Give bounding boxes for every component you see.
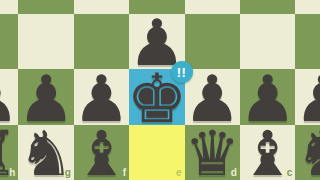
square-d5[interactable] [185,0,240,14]
square-g8[interactable]: ♞g [18,125,73,180]
square-d8[interactable]: ♛d [185,125,240,180]
square-d7[interactable]: ♟ [185,69,240,124]
square-h6[interactable] [0,14,18,69]
square-f5[interactable] [74,0,129,14]
file-label-f: f [123,168,126,178]
square-h5[interactable] [0,0,18,14]
black-knight-piece[interactable]: ♞ [295,123,320,180]
square-c5[interactable] [240,0,295,14]
square-b8[interactable]: ♞ [295,125,320,180]
square-f8[interactable]: ♝f [74,125,129,180]
square-g7[interactable]: ♟ [18,69,73,124]
square-c8[interactable]: ♝c [240,125,295,180]
chessboard-viewport: ♟♟♟♟♚!!♟♟♟♜h♞g♝fe♛d♝c♞ [0,0,320,180]
square-f7[interactable]: ♟ [74,69,129,124]
square-c7[interactable]: ♟ [240,69,295,124]
square-e7[interactable]: ♚!! [129,69,184,124]
file-label-h: h [9,168,15,178]
file-label-e: e [176,168,182,178]
square-g6[interactable] [18,14,73,69]
square-g5[interactable] [18,0,73,14]
square-f6[interactable] [74,14,129,69]
square-h8[interactable]: ♜h [0,125,18,180]
chess-board: ♟♟♟♟♚!!♟♟♟♜h♞g♝fe♛d♝c♞ [0,0,320,180]
square-b5[interactable] [295,0,320,14]
square-b7[interactable]: ♟ [295,69,320,124]
square-b6[interactable] [295,14,320,69]
file-label-c: c [287,168,293,178]
file-label-d: d [231,168,237,178]
square-h7[interactable]: ♟ [0,69,18,124]
file-label-g: g [65,168,71,178]
square-d6[interactable] [185,14,240,69]
square-c6[interactable] [240,14,295,69]
brilliant-move-badge: !! [171,61,193,83]
black-bishop-piece[interactable]: ♝ [74,123,130,180]
